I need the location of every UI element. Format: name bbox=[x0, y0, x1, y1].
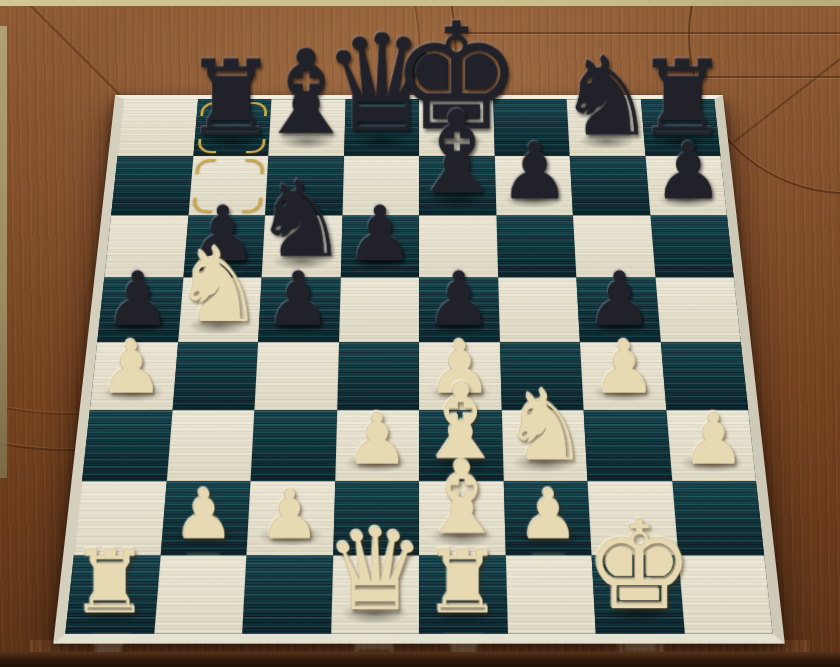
chess-app-window: ♜♜♝♝♛♛♚♚♞♞♜♜♝♝♟♟♟♟♟♟♞♞♟♟♟♟♞♞♟♟♟♟♟♟♟♟♟♟♟♟… bbox=[0, 0, 840, 667]
piece-white-pawn-f2[interactable]: ♟ bbox=[517, 480, 578, 548]
piece-white-king-g1[interactable]: ♚ bbox=[585, 504, 695, 627]
piece-black-pawn-f7[interactable]: ♟ bbox=[499, 132, 569, 210]
square-g3[interactable] bbox=[584, 410, 672, 481]
square-f3[interactable]: ♞♞ bbox=[501, 410, 587, 481]
piece-black-pawn-h7[interactable]: ♟ bbox=[653, 132, 723, 210]
piece-white-rook-a1[interactable]: ♜ bbox=[71, 539, 150, 627]
table-bottom-band bbox=[0, 652, 840, 667]
square-d1[interactable]: ♛♛ bbox=[331, 556, 419, 634]
square-c4[interactable] bbox=[254, 342, 338, 410]
piece-white-queen-d1[interactable]: ♛ bbox=[324, 514, 425, 627]
table-left-edge-strip bbox=[0, 26, 7, 478]
piece-black-pawn-d6[interactable]: ♟ bbox=[346, 196, 414, 272]
square-f6[interactable] bbox=[496, 216, 576, 278]
piece-white-knight-b5[interactable]: ♞ bbox=[172, 234, 264, 337]
square-b5[interactable]: ♞♞ bbox=[178, 278, 262, 343]
square-d5[interactable] bbox=[339, 278, 419, 343]
square-d6[interactable]: ♟♟ bbox=[340, 216, 419, 278]
square-h7[interactable]: ♟♟ bbox=[645, 156, 727, 215]
piece-white-pawn-a4[interactable]: ♟ bbox=[99, 331, 164, 403]
square-f5[interactable] bbox=[498, 278, 580, 343]
piece-white-knight-f3[interactable]: ♞ bbox=[502, 378, 589, 475]
square-c5[interactable]: ♟♟ bbox=[258, 278, 340, 343]
square-h5[interactable] bbox=[655, 278, 741, 343]
square-a1[interactable]: ♜♜ bbox=[65, 556, 160, 634]
chess-board[interactable]: ♜♜♝♝♛♛♚♚♞♞♜♜♝♝♟♟♟♟♟♟♞♞♟♟♟♟♞♞♟♟♟♟♟♟♟♟♟♟♟♟… bbox=[53, 95, 785, 644]
piece-black-bishop-e7[interactable]: ♝ bbox=[406, 96, 509, 211]
square-h6[interactable] bbox=[650, 216, 734, 278]
square-a7[interactable] bbox=[111, 156, 193, 215]
square-c1[interactable] bbox=[242, 556, 333, 634]
piece-white-pawn-g4[interactable]: ♟ bbox=[592, 331, 657, 403]
square-a3[interactable] bbox=[82, 410, 172, 481]
square-f7[interactable]: ♟♟ bbox=[494, 156, 573, 215]
square-e7[interactable]: ♝♝ bbox=[419, 156, 496, 215]
square-b1[interactable] bbox=[154, 556, 247, 634]
square-h3[interactable]: ♟♟ bbox=[666, 410, 756, 481]
square-a4[interactable]: ♟♟ bbox=[90, 342, 178, 410]
square-d3[interactable]: ♟♟ bbox=[335, 410, 419, 481]
piece-black-pawn-c5[interactable]: ♟ bbox=[265, 262, 332, 337]
square-f1[interactable] bbox=[505, 556, 596, 634]
square-b2[interactable]: ♟♟ bbox=[160, 481, 250, 555]
piece-white-pawn-c2[interactable]: ♟ bbox=[259, 480, 320, 548]
piece-white-pawn-h3[interactable]: ♟ bbox=[681, 404, 745, 475]
board-anchor: ♜♜♝♝♛♛♚♚♞♞♜♜♝♝♟♟♟♟♟♟♞♞♟♟♟♟♞♞♟♟♟♟♟♟♟♟♟♟♟♟… bbox=[87, 12, 751, 667]
piece-white-rook-e1[interactable]: ♜ bbox=[424, 539, 503, 627]
piece-white-pawn-b2[interactable]: ♟ bbox=[173, 480, 234, 548]
square-c3[interactable] bbox=[250, 410, 336, 481]
square-c2[interactable]: ♟♟ bbox=[246, 481, 334, 555]
piece-white-pawn-d3[interactable]: ♟ bbox=[345, 404, 409, 475]
square-g1[interactable]: ♚♚ bbox=[592, 556, 685, 634]
square-b3[interactable] bbox=[166, 410, 254, 481]
highlight-corner-icon bbox=[195, 159, 215, 173]
square-e1[interactable]: ♜♜ bbox=[419, 556, 507, 634]
square-g4[interactable]: ♟♟ bbox=[580, 342, 666, 410]
square-f2[interactable]: ♟♟ bbox=[503, 481, 591, 555]
square-g8[interactable]: ♞♞ bbox=[567, 99, 645, 156]
square-b4[interactable] bbox=[172, 342, 258, 410]
